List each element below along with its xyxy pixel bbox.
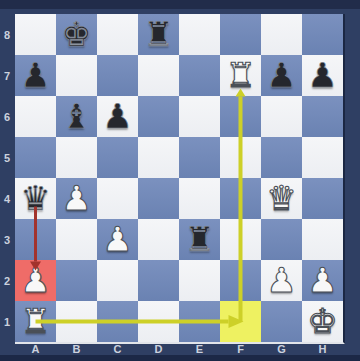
square-g4[interactable]: ♛ [261, 178, 302, 219]
square-h2[interactable]: ♟ [302, 260, 343, 301]
file-label-d: D [155, 343, 163, 355]
square-a3[interactable] [15, 219, 56, 260]
square-e6[interactable] [179, 96, 220, 137]
piece-black-rook[interactable]: ♜ [179, 219, 220, 260]
square-b8[interactable]: ♚ [56, 14, 97, 55]
square-h5[interactable] [302, 137, 343, 178]
piece-white-king[interactable]: ♚ [302, 301, 343, 342]
file-label-f: F [237, 343, 244, 355]
square-g6[interactable] [261, 96, 302, 137]
square-g2[interactable]: ♟ [261, 260, 302, 301]
square-g1[interactable] [261, 301, 302, 342]
square-f2[interactable] [220, 260, 261, 301]
square-c7[interactable] [97, 55, 138, 96]
square-e1[interactable] [179, 301, 220, 342]
square-c2[interactable] [97, 260, 138, 301]
square-h1[interactable]: ♚ [302, 301, 343, 342]
piece-black-rook[interactable]: ♜ [138, 14, 179, 55]
square-d5[interactable] [138, 137, 179, 178]
square-d4[interactable] [138, 178, 179, 219]
piece-white-pawn[interactable]: ♟ [56, 178, 97, 219]
rank-label-1: 1 [4, 316, 10, 328]
square-c6[interactable]: ♟ [97, 96, 138, 137]
square-a7[interactable]: ♟ [15, 55, 56, 96]
square-c4[interactable] [97, 178, 138, 219]
file-label-c: C [114, 343, 122, 355]
square-g5[interactable] [261, 137, 302, 178]
piece-black-queen[interactable]: ♛ [15, 178, 56, 219]
square-d1[interactable] [138, 301, 179, 342]
rank-label-5: 5 [4, 152, 10, 164]
rank-label-8: 8 [4, 29, 10, 41]
square-e5[interactable] [179, 137, 220, 178]
square-h7[interactable]: ♟ [302, 55, 343, 96]
square-f6[interactable] [220, 96, 261, 137]
square-c1[interactable] [97, 301, 138, 342]
square-b3[interactable] [56, 219, 97, 260]
square-b6[interactable]: ♝ [56, 96, 97, 137]
square-f8[interactable] [220, 14, 261, 55]
square-b4[interactable]: ♟ [56, 178, 97, 219]
square-g7[interactable]: ♟ [261, 55, 302, 96]
square-e4[interactable] [179, 178, 220, 219]
square-d2[interactable] [138, 260, 179, 301]
rank-label-6: 6 [4, 111, 10, 123]
piece-white-rook[interactable]: ♜ [220, 55, 261, 96]
square-g8[interactable] [261, 14, 302, 55]
piece-black-bishop[interactable]: ♝ [56, 96, 97, 137]
square-a4[interactable]: ♛ [15, 178, 56, 219]
square-e2[interactable] [179, 260, 220, 301]
square-g3[interactable] [261, 219, 302, 260]
square-c5[interactable] [97, 137, 138, 178]
piece-white-pawn[interactable]: ♟ [261, 260, 302, 301]
square-d8[interactable]: ♜ [138, 14, 179, 55]
square-b1[interactable] [56, 301, 97, 342]
rank-label-7: 7 [4, 70, 10, 82]
square-e8[interactable] [179, 14, 220, 55]
square-a6[interactable] [15, 96, 56, 137]
square-a5[interactable] [15, 137, 56, 178]
piece-black-pawn[interactable]: ♟ [97, 96, 138, 137]
square-f4[interactable] [220, 178, 261, 219]
top-frame-band [0, 0, 360, 9]
piece-white-rook[interactable]: ♜ [15, 301, 56, 342]
piece-white-queen[interactable]: ♛ [261, 178, 302, 219]
square-e3[interactable]: ♜ [179, 219, 220, 260]
square-e7[interactable] [179, 55, 220, 96]
square-c3[interactable]: ♟ [97, 219, 138, 260]
square-f3[interactable] [220, 219, 261, 260]
square-d7[interactable] [138, 55, 179, 96]
square-b2[interactable] [56, 260, 97, 301]
piece-black-pawn[interactable]: ♟ [15, 55, 56, 96]
square-f5[interactable] [220, 137, 261, 178]
file-label-b: B [73, 343, 81, 355]
square-a1[interactable]: ♜ [15, 301, 56, 342]
file-label-e: E [196, 343, 203, 355]
chess-board-panel: ♚♜♟♜♟♟♝♟♛♟♛♟♜♟♟♟♜♚ 12345678ABCDEFGH [0, 0, 360, 361]
square-a8[interactable] [15, 14, 56, 55]
square-b7[interactable] [56, 55, 97, 96]
board: ♚♜♟♜♟♟♝♟♛♟♛♟♜♟♟♟♜♚ [15, 14, 345, 344]
square-f1[interactable] [220, 301, 261, 342]
square-h8[interactable] [302, 14, 343, 55]
piece-black-king[interactable]: ♚ [56, 14, 97, 55]
square-d3[interactable] [138, 219, 179, 260]
square-d6[interactable] [138, 96, 179, 137]
square-c8[interactable] [97, 14, 138, 55]
piece-black-pawn[interactable]: ♟ [261, 55, 302, 96]
square-h4[interactable] [302, 178, 343, 219]
file-label-a: A [32, 343, 40, 355]
rank-label-2: 2 [4, 275, 10, 287]
piece-white-pawn[interactable]: ♟ [15, 260, 56, 301]
square-a2[interactable]: ♟ [15, 260, 56, 301]
square-h6[interactable] [302, 96, 343, 137]
file-label-g: G [277, 343, 286, 355]
rank-label-4: 4 [4, 193, 10, 205]
square-f7[interactable]: ♜ [220, 55, 261, 96]
piece-white-pawn[interactable]: ♟ [97, 219, 138, 260]
piece-black-pawn[interactable]: ♟ [302, 55, 343, 96]
piece-white-pawn[interactable]: ♟ [302, 260, 343, 301]
rank-label-3: 3 [4, 234, 10, 246]
square-h3[interactable] [302, 219, 343, 260]
file-label-h: H [319, 343, 327, 355]
bottom-frame-band [0, 355, 360, 361]
square-b5[interactable] [56, 137, 97, 178]
